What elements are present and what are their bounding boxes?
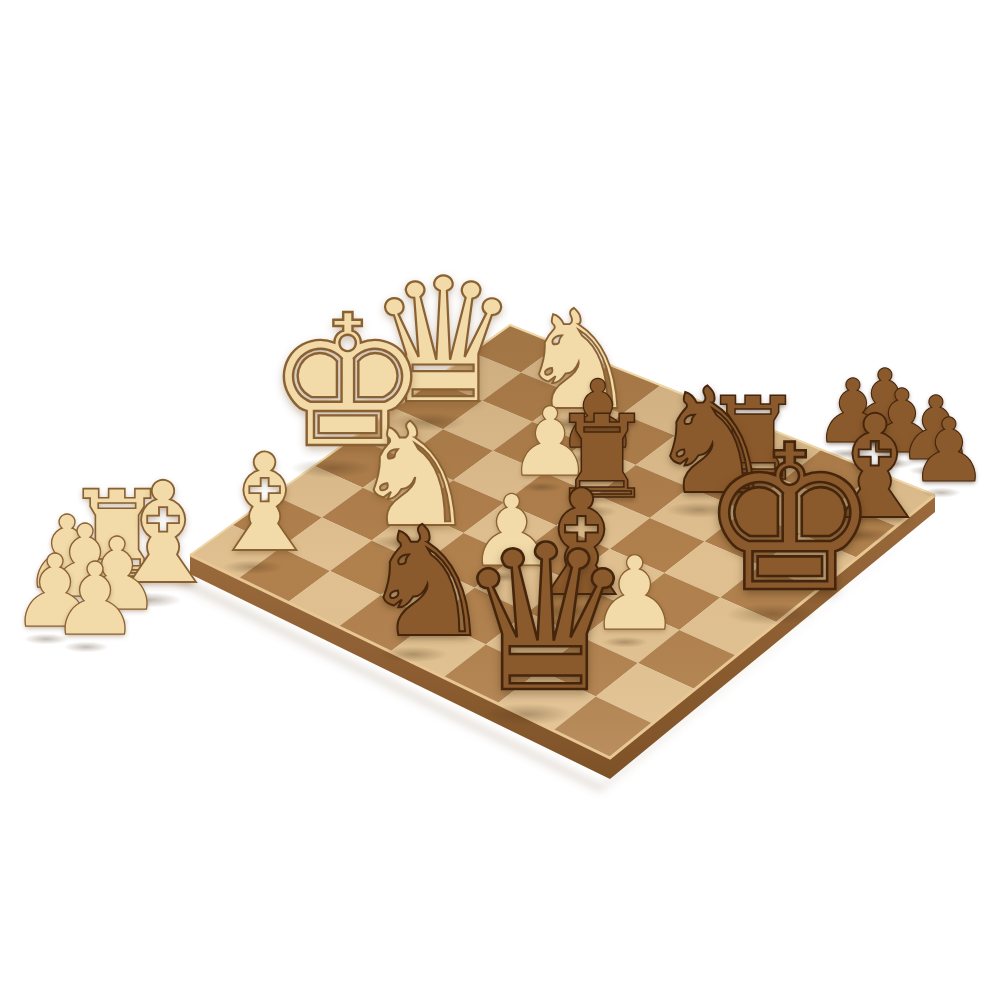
chess-board [0, 0, 1000, 1000]
chess-scene: ♛♞♟♟♚♟♟♟♟♜♟♞♜♝♞♝♟♜♝♟♚♝♟♟♟♟♟♞♛ [0, 0, 1000, 1000]
board-depth-shading [190, 325, 935, 758]
